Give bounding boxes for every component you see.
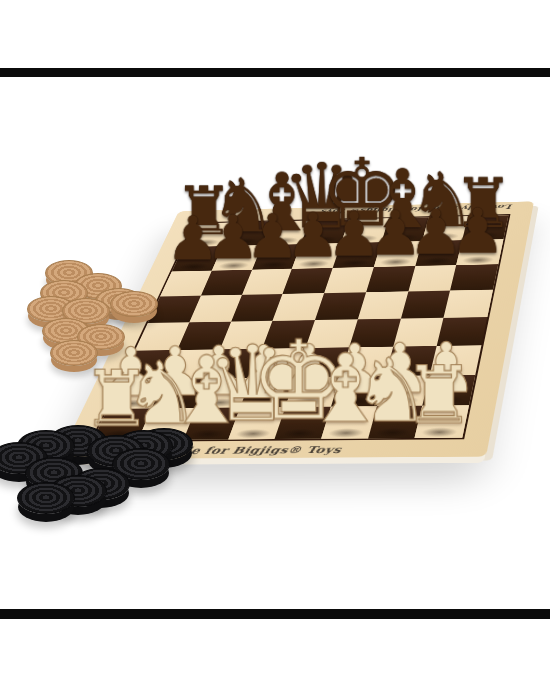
square-h7: ♟ xyxy=(456,239,503,265)
chess-board: ♜♞♝♛♚♝♞♜♟♟♟♟♟♟♟♟♟♟♟♟♟♟♟♟♜♞♝♛♚♝♞♜ Lovingl… xyxy=(58,201,534,459)
white-rook: ♜ xyxy=(403,355,474,435)
square-f6 xyxy=(366,266,415,293)
dark-draughts-piece xyxy=(17,482,75,514)
square-e5 xyxy=(315,292,366,320)
product-photo-chess-set: ♜♞♝♛♚♝♞♜♟♟♟♟♟♟♟♟♟♟♟♟♟♟♟♟♜♞♝♛♚♝♞♜ Lovingl… xyxy=(0,0,550,688)
light-draughts-piece xyxy=(110,291,158,317)
square-g5 xyxy=(401,291,451,319)
square-h6 xyxy=(450,264,498,291)
bottom-letterbox-bar xyxy=(0,609,550,619)
play-area: ♜♞♝♛♚♝♞♜♟♟♟♟♟♟♟♟♟♟♟♟♟♟♟♟♜♞♝♛♚♝♞♜ xyxy=(90,214,510,442)
square-g6 xyxy=(408,265,457,292)
square-h5 xyxy=(444,290,493,318)
square-h1: ♜ xyxy=(415,405,469,438)
light-draughts-piece xyxy=(50,340,98,366)
black-pawn: ♟ xyxy=(450,200,506,262)
